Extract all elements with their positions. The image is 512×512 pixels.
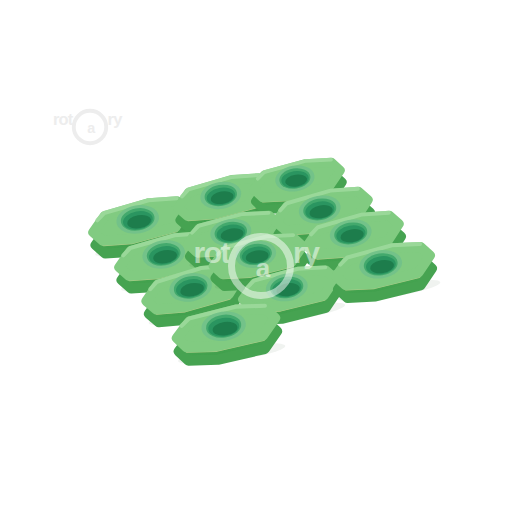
svg-text:ry: ry <box>108 110 124 128</box>
watermark-logo-faint: rotary <box>53 110 123 143</box>
svg-text:rot: rot <box>194 236 231 269</box>
svg-text:ry: ry <box>293 236 320 269</box>
svg-text:a: a <box>256 253 271 283</box>
svg-text:a: a <box>87 120 96 136</box>
svg-text:rot: rot <box>53 110 74 128</box>
filter-pads-illustration: rotaryrotary <box>0 0 512 512</box>
product-photo: rotaryrotary <box>0 0 512 512</box>
